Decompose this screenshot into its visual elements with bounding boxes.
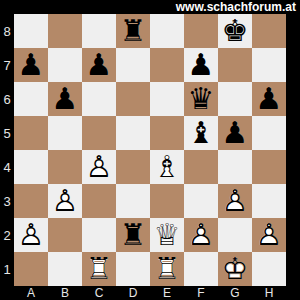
piece-white-bishop: ♗ (150, 150, 184, 184)
square-a1[interactable] (14, 252, 48, 286)
piece-white-rook: ♖ (82, 252, 116, 286)
square-d4[interactable] (116, 150, 150, 184)
piece-white-rook: ♖ (150, 252, 184, 286)
square-b4[interactable] (48, 150, 82, 184)
square-c4[interactable]: ♟♙ (82, 150, 116, 184)
rank-label-8: 8 (0, 14, 14, 48)
square-a3[interactable] (14, 184, 48, 218)
piece-black-pawn: ♟ (48, 82, 82, 116)
square-c3[interactable] (82, 184, 116, 218)
square-d6[interactable] (116, 82, 150, 116)
square-a5[interactable] (14, 116, 48, 150)
chess-diagram: www.schachforum.at 87654321 ♜♚♟♟♟♟♛♟♝♟♟♙… (0, 0, 300, 300)
square-g1[interactable]: ♚♔ (218, 252, 252, 286)
square-g6[interactable] (218, 82, 252, 116)
square-b6[interactable]: ♟ (48, 82, 82, 116)
piece-white-rook-fill: ♜ (150, 252, 184, 286)
piece-white-pawn: ♙ (14, 218, 48, 252)
square-d2[interactable]: ♜ (116, 218, 150, 252)
piece-white-bishop-fill: ♝ (150, 150, 184, 184)
piece-white-queen-fill: ♛ (150, 218, 184, 252)
square-d3[interactable] (116, 184, 150, 218)
square-h1[interactable] (252, 252, 286, 286)
piece-white-pawn-fill: ♟ (48, 184, 82, 218)
square-h5[interactable] (252, 116, 286, 150)
piece-white-pawn: ♙ (252, 218, 286, 252)
square-e8[interactable] (150, 14, 184, 48)
piece-black-pawn: ♟ (252, 82, 286, 116)
square-d5[interactable] (116, 116, 150, 150)
square-e7[interactable] (150, 48, 184, 82)
rank-label-7: 7 (0, 48, 14, 82)
piece-black-pawn: ♟ (82, 48, 116, 82)
piece-white-pawn: ♙ (184, 218, 218, 252)
square-d7[interactable] (116, 48, 150, 82)
piece-white-pawn-fill: ♟ (252, 218, 286, 252)
piece-black-pawn: ♟ (218, 116, 252, 150)
square-g4[interactable] (218, 150, 252, 184)
piece-white-pawn-fill: ♟ (218, 184, 252, 218)
square-b8[interactable] (48, 14, 82, 48)
square-f2[interactable]: ♟♙ (184, 218, 218, 252)
piece-white-pawn: ♙ (82, 150, 116, 184)
square-h2[interactable]: ♟♙ (252, 218, 286, 252)
piece-white-pawn: ♙ (48, 184, 82, 218)
piece-white-king-fill: ♚ (218, 252, 252, 286)
piece-black-rook: ♜ (116, 14, 150, 48)
square-c2[interactable] (82, 218, 116, 252)
rank-label-2: 2 (0, 218, 14, 252)
piece-black-queen: ♛ (184, 82, 218, 116)
square-a2[interactable]: ♟♙ (14, 218, 48, 252)
piece-white-pawn-fill: ♟ (82, 150, 116, 184)
file-label-d: D (116, 286, 150, 300)
square-g7[interactable] (218, 48, 252, 82)
rank-label-1: 1 (0, 252, 14, 286)
square-c1[interactable]: ♜♖ (82, 252, 116, 286)
square-f8[interactable] (184, 14, 218, 48)
piece-white-rook-fill: ♜ (82, 252, 116, 286)
square-c7[interactable]: ♟ (82, 48, 116, 82)
square-f5[interactable]: ♝ (184, 116, 218, 150)
square-b5[interactable] (48, 116, 82, 150)
file-label-h: H (252, 286, 286, 300)
rank-labels: 87654321 (0, 14, 14, 286)
file-label-e: E (150, 286, 184, 300)
square-f3[interactable] (184, 184, 218, 218)
piece-black-pawn: ♟ (184, 48, 218, 82)
square-c6[interactable] (82, 82, 116, 116)
square-h3[interactable] (252, 184, 286, 218)
square-a4[interactable] (14, 150, 48, 184)
square-a8[interactable] (14, 14, 48, 48)
square-h6[interactable]: ♟ (252, 82, 286, 116)
square-e5[interactable] (150, 116, 184, 150)
rank-label-3: 3 (0, 184, 14, 218)
square-h8[interactable] (252, 14, 286, 48)
square-g3[interactable]: ♟♙ (218, 184, 252, 218)
square-b7[interactable] (48, 48, 82, 82)
square-a7[interactable]: ♟ (14, 48, 48, 82)
square-b3[interactable]: ♟♙ (48, 184, 82, 218)
square-g8[interactable]: ♚ (218, 14, 252, 48)
file-label-f: F (184, 286, 218, 300)
file-label-b: B (48, 286, 82, 300)
square-g2[interactable] (218, 218, 252, 252)
piece-black-rook: ♜ (116, 218, 150, 252)
square-e4[interactable]: ♝♗ (150, 150, 184, 184)
file-label-g: G (218, 286, 252, 300)
piece-black-king: ♚ (218, 14, 252, 48)
piece-white-pawn: ♙ (218, 184, 252, 218)
square-c5[interactable] (82, 116, 116, 150)
file-label-a: A (14, 286, 48, 300)
piece-white-king: ♔ (218, 252, 252, 286)
rank-label-6: 6 (0, 82, 14, 116)
square-g5[interactable]: ♟ (218, 116, 252, 150)
square-b1[interactable] (48, 252, 82, 286)
square-h7[interactable] (252, 48, 286, 82)
rank-label-5: 5 (0, 116, 14, 150)
file-label-c: C (82, 286, 116, 300)
piece-black-pawn: ♟ (14, 48, 48, 82)
square-a6[interactable] (14, 82, 48, 116)
watermark-url: www.schachforum.at (0, 0, 296, 14)
piece-black-bishop: ♝ (184, 116, 218, 150)
file-labels: ABCDEFGH (14, 286, 286, 300)
rank-label-4: 4 (0, 150, 14, 184)
chess-board: ♜♚♟♟♟♟♛♟♝♟♟♙♝♗♟♙♟♙♟♙♜♛♕♟♙♟♙♜♖♜♖♚♔ (14, 14, 286, 286)
square-f6[interactable]: ♛ (184, 82, 218, 116)
piece-white-pawn-fill: ♟ (184, 218, 218, 252)
piece-white-pawn-fill: ♟ (14, 218, 48, 252)
square-f4[interactable] (184, 150, 218, 184)
square-h4[interactable] (252, 150, 286, 184)
square-e3[interactable] (150, 184, 184, 218)
square-e2[interactable]: ♛♕ (150, 218, 184, 252)
square-c8[interactable] (82, 14, 116, 48)
square-d1[interactable] (116, 252, 150, 286)
square-e1[interactable]: ♜♖ (150, 252, 184, 286)
square-e6[interactable] (150, 82, 184, 116)
square-f1[interactable] (184, 252, 218, 286)
square-d8[interactable]: ♜ (116, 14, 150, 48)
square-b2[interactable] (48, 218, 82, 252)
piece-white-queen: ♕ (150, 218, 184, 252)
square-f7[interactable]: ♟ (184, 48, 218, 82)
